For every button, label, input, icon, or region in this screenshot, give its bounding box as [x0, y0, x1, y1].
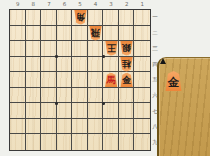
star-point — [102, 55, 104, 57]
board-cell[interactable] — [88, 119, 104, 135]
board-cell[interactable] — [41, 26, 57, 42]
board-cell[interactable] — [134, 134, 150, 150]
rank-label: 四 — [151, 57, 159, 73]
rank-label: 三 — [151, 41, 159, 57]
board-cell[interactable] — [134, 26, 150, 42]
rank-label: 六 — [151, 88, 159, 104]
board-cell[interactable] — [119, 10, 135, 26]
rank-label: 七 — [151, 103, 159, 119]
board-cell[interactable] — [88, 10, 104, 26]
board-cell[interactable] — [41, 72, 57, 88]
file-label: 9 — [10, 0, 26, 8]
board-cell[interactable] — [10, 10, 26, 26]
board-cell[interactable] — [10, 119, 26, 135]
file-label: 8 — [26, 0, 42, 8]
board-cell[interactable] — [57, 26, 73, 42]
board-cell[interactable] — [10, 57, 26, 73]
board-cell[interactable] — [134, 57, 150, 73]
board-cell[interactable] — [10, 134, 26, 150]
board-cell[interactable] — [72, 119, 88, 135]
board-cell[interactable] — [26, 26, 42, 42]
board-cell[interactable] — [119, 103, 135, 119]
board-cell[interactable] — [88, 88, 104, 104]
board-cell[interactable] — [10, 26, 26, 42]
board-cell[interactable] — [103, 134, 119, 150]
board-cell[interactable] — [57, 103, 73, 119]
board-cell[interactable] — [103, 10, 119, 26]
board-cell[interactable] — [57, 134, 73, 150]
board-cell[interactable] — [134, 88, 150, 104]
board-cell[interactable] — [41, 103, 57, 119]
board-cell[interactable] — [41, 57, 57, 73]
file-label: 4 — [88, 0, 104, 8]
board-cell[interactable] — [26, 72, 42, 88]
board-cell[interactable] — [10, 72, 26, 88]
board-cell[interactable] — [72, 41, 88, 57]
sente-marker-icon — [160, 58, 166, 64]
board-cell[interactable] — [103, 26, 119, 42]
file-label: 5 — [72, 0, 88, 8]
board-cell[interactable] — [41, 41, 57, 57]
board-cell[interactable] — [88, 103, 104, 119]
board-cell[interactable] — [41, 134, 57, 150]
board-cell[interactable] — [134, 103, 150, 119]
board-cell[interactable] — [119, 26, 135, 42]
board-cell[interactable] — [10, 103, 26, 119]
board-cell[interactable] — [72, 88, 88, 104]
board-cell[interactable] — [103, 57, 119, 73]
board-cell[interactable] — [72, 72, 88, 88]
file-label: 2 — [119, 0, 135, 8]
rank-label: 一 — [151, 10, 159, 26]
board-cell[interactable] — [57, 72, 73, 88]
rank-label: 五 — [151, 72, 159, 88]
board-cell[interactable] — [26, 103, 42, 119]
board-cell[interactable] — [134, 119, 150, 135]
piece-stand — [157, 57, 210, 156]
board-cell[interactable] — [88, 41, 104, 57]
board-cell[interactable] — [26, 119, 42, 135]
board-cell[interactable] — [26, 134, 42, 150]
star-point — [55, 55, 57, 57]
file-label: 1 — [134, 0, 150, 8]
board-cell[interactable] — [103, 103, 119, 119]
board-cell[interactable] — [26, 41, 42, 57]
board-cell[interactable] — [26, 10, 42, 26]
file-label: 7 — [41, 0, 57, 8]
board-cell[interactable] — [119, 88, 135, 104]
board-cell[interactable] — [10, 41, 26, 57]
board-cell[interactable] — [119, 119, 135, 135]
board-cell[interactable] — [26, 88, 42, 104]
board-cell[interactable] — [10, 88, 26, 104]
board-cell[interactable] — [88, 134, 104, 150]
board-cell[interactable] — [72, 26, 88, 42]
board-cell[interactable] — [88, 72, 104, 88]
rank-label: 二 — [151, 26, 159, 42]
board-cell[interactable] — [134, 10, 150, 26]
shogi-app: 987654321一二三四五六七八九角飛王銀桂馬金金 — [0, 0, 210, 156]
board-cell[interactable] — [134, 72, 150, 88]
board-cell[interactable] — [41, 88, 57, 104]
board-cell[interactable] — [88, 57, 104, 73]
board-cell[interactable] — [103, 88, 119, 104]
board-cell[interactable] — [26, 57, 42, 73]
rank-label: 八 — [151, 119, 159, 135]
file-label: 6 — [57, 0, 73, 8]
board-cell[interactable] — [72, 134, 88, 150]
board-cell[interactable] — [57, 10, 73, 26]
file-label: 3 — [103, 0, 119, 8]
board-cell[interactable] — [41, 10, 57, 26]
star-point — [55, 102, 57, 104]
board-cell[interactable] — [134, 41, 150, 57]
board-cell[interactable] — [72, 103, 88, 119]
board-cell[interactable] — [103, 119, 119, 135]
board-cell[interactable] — [119, 134, 135, 150]
board-cell[interactable] — [57, 41, 73, 57]
board-cell[interactable] — [41, 119, 57, 135]
rank-label: 九 — [151, 134, 159, 150]
board-cell[interactable] — [57, 88, 73, 104]
board-cell[interactable] — [57, 57, 73, 73]
board-cell[interactable] — [72, 57, 88, 73]
board-cell[interactable] — [57, 119, 73, 135]
star-point — [102, 102, 104, 104]
